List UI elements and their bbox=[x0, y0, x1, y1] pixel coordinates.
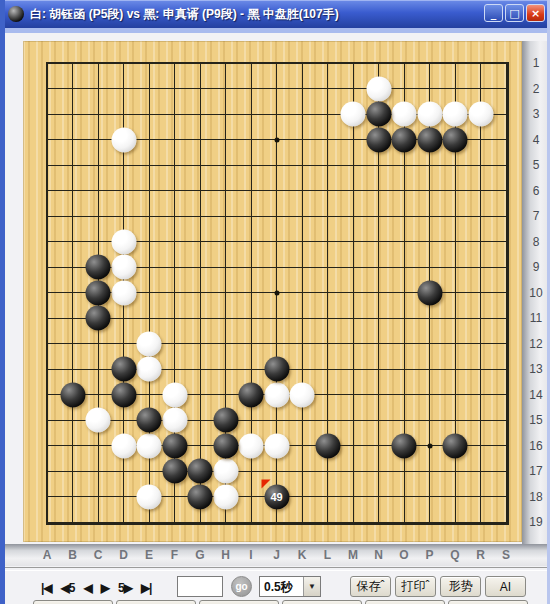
white-stone-glyph: ○ bbox=[219, 487, 231, 507]
clipped-button[interactable] bbox=[282, 600, 362, 604]
forward-five-icon[interactable]: 5▶ bbox=[118, 581, 132, 595]
black-stone-glyph: ● bbox=[117, 385, 129, 405]
white-stone-glyph: ○ bbox=[117, 257, 129, 277]
black-stone-glyph: ● bbox=[194, 461, 206, 481]
white-stone: ○ bbox=[290, 382, 315, 407]
star-point bbox=[427, 443, 432, 448]
row-label: 3 bbox=[533, 107, 540, 121]
column-label: Q bbox=[450, 548, 459, 562]
black-stone: ● bbox=[111, 382, 136, 407]
row-label: 8 bbox=[533, 235, 540, 249]
column-label: D bbox=[119, 548, 128, 562]
clipped-button[interactable] bbox=[199, 600, 279, 604]
maximize-button[interactable]: □ bbox=[505, 4, 524, 22]
white-stone: ○ bbox=[366, 76, 391, 101]
column-label: E bbox=[145, 548, 153, 562]
black-stone-glyph: ● bbox=[423, 130, 435, 150]
row-label: 16 bbox=[529, 439, 542, 453]
white-stone: ○ bbox=[137, 357, 162, 382]
white-stone: ○ bbox=[264, 382, 289, 407]
black-stone-glyph: ● bbox=[219, 410, 231, 430]
black-stone-glyph: ● bbox=[372, 130, 384, 150]
clipped-button[interactable] bbox=[33, 600, 113, 604]
column-label: S bbox=[502, 548, 510, 562]
row-label: 1 bbox=[533, 56, 540, 70]
row-label: 4 bbox=[533, 133, 540, 147]
white-stone: ○ bbox=[264, 433, 289, 458]
black-stone: ● bbox=[443, 433, 468, 458]
row-label: 11 bbox=[530, 311, 542, 325]
save-button[interactable]: 保存ˆ bbox=[350, 576, 391, 597]
black-stone: ● bbox=[111, 357, 136, 382]
black-stone: ● bbox=[86, 306, 111, 331]
white-stone-glyph: ○ bbox=[449, 104, 461, 124]
black-stone-glyph: ● bbox=[245, 385, 257, 405]
column-label: N bbox=[374, 548, 383, 562]
autoplay-delay-dropdown[interactable]: 0.5秒 ▼ bbox=[259, 576, 321, 597]
black-stone: ● bbox=[315, 433, 340, 458]
column-label: R bbox=[476, 548, 485, 562]
black-stone-glyph: ● bbox=[92, 308, 104, 328]
black-stone: ● bbox=[392, 127, 417, 152]
black-stone: ● bbox=[443, 127, 468, 152]
navigation-controls: |◀ ◀5 ◀ ▶ 5▶ ▶| bbox=[41, 577, 151, 598]
white-stone-glyph: ○ bbox=[398, 104, 410, 124]
white-stone: ○ bbox=[137, 433, 162, 458]
black-stone-glyph: ● bbox=[219, 436, 231, 456]
title-bar: 白: 胡钰函 (P5段) vs 黑: 申真谞 (P9段) - 黑 中盘胜(107… bbox=[0, 0, 550, 28]
white-stone-glyph: ○ bbox=[143, 334, 155, 354]
star-point bbox=[274, 137, 279, 142]
chevron-down-icon[interactable]: ▼ bbox=[303, 577, 320, 596]
last-move-stone: 49 bbox=[264, 484, 289, 509]
column-label: J bbox=[273, 548, 280, 562]
white-stone-glyph: ○ bbox=[245, 436, 257, 456]
white-stone-glyph: ○ bbox=[143, 436, 155, 456]
black-stone: ● bbox=[60, 382, 85, 407]
column-label: L bbox=[324, 548, 331, 562]
black-stone-glyph: ● bbox=[143, 410, 155, 430]
black-stone: ● bbox=[417, 280, 442, 305]
white-stone: ○ bbox=[392, 102, 417, 127]
column-label: P bbox=[425, 548, 433, 562]
back-one-icon[interactable]: ◀ bbox=[84, 581, 92, 595]
white-stone-glyph: ○ bbox=[423, 104, 435, 124]
titlebar-lower-band bbox=[5, 28, 550, 33]
row-label: 19 bbox=[529, 515, 542, 529]
white-stone-glyph: ○ bbox=[296, 385, 308, 405]
white-stone: ○ bbox=[468, 102, 493, 127]
back-five-icon[interactable]: ◀5 bbox=[61, 581, 75, 595]
black-stone-glyph: ● bbox=[398, 436, 410, 456]
app-sphere-icon bbox=[8, 6, 24, 22]
window-title: 白: 胡钰函 (P5段) vs 黑: 申真谞 (P9段) - 黑 中盘胜(107… bbox=[30, 6, 339, 23]
white-stone: ○ bbox=[213, 459, 238, 484]
minimize-button[interactable]: _ bbox=[484, 4, 503, 22]
clipped-button-row bbox=[33, 600, 528, 604]
white-stone-glyph: ○ bbox=[270, 436, 282, 456]
column-label: H bbox=[221, 548, 230, 562]
go-to-end-icon[interactable]: ▶| bbox=[141, 581, 152, 595]
white-stone-glyph: ○ bbox=[117, 436, 129, 456]
white-stone-glyph: ○ bbox=[168, 385, 180, 405]
column-label: B bbox=[68, 548, 77, 562]
row-label: 6 bbox=[533, 184, 540, 198]
white-stone-glyph: ○ bbox=[270, 385, 282, 405]
white-stone: ○ bbox=[239, 433, 264, 458]
black-stone: ● bbox=[366, 102, 391, 127]
territory-button[interactable]: 形势 bbox=[440, 576, 481, 597]
column-label: F bbox=[171, 548, 178, 562]
black-stone: ● bbox=[392, 433, 417, 458]
black-stone: ● bbox=[162, 459, 187, 484]
row-label: 14 bbox=[529, 388, 542, 402]
row-label: 15 bbox=[529, 413, 542, 427]
clipped-button[interactable] bbox=[448, 600, 528, 604]
action-buttons: 保存ˆ 打印ˆ 形势 AI bbox=[350, 576, 526, 597]
black-stone-glyph: ● bbox=[270, 359, 282, 379]
white-stone-glyph: ○ bbox=[117, 232, 129, 252]
row-label: 2 bbox=[533, 82, 540, 96]
white-stone-glyph: ○ bbox=[372, 79, 384, 99]
black-stone-glyph: ● bbox=[321, 436, 333, 456]
black-stone: ● bbox=[86, 255, 111, 280]
black-stone: ● bbox=[162, 433, 187, 458]
white-stone-glyph: ○ bbox=[92, 410, 104, 430]
delay-value: 0.5秒 bbox=[260, 577, 303, 596]
black-stone-glyph: ● bbox=[449, 436, 461, 456]
black-stone: ● bbox=[213, 408, 238, 433]
last-move-marker-icon bbox=[261, 479, 270, 488]
black-stone-glyph: ● bbox=[117, 359, 129, 379]
white-stone: ○ bbox=[162, 408, 187, 433]
white-stone: ○ bbox=[111, 127, 136, 152]
white-stone-glyph: ○ bbox=[168, 410, 180, 430]
black-stone-glyph: ● bbox=[92, 257, 104, 277]
column-label: C bbox=[94, 548, 103, 562]
column-label: K bbox=[298, 548, 307, 562]
go-to-start-icon[interactable]: |◀ bbox=[41, 581, 52, 595]
row-label: 13 bbox=[529, 362, 542, 376]
column-label: I bbox=[249, 548, 252, 562]
black-stone: ● bbox=[264, 357, 289, 382]
black-stone: ● bbox=[188, 484, 213, 509]
black-stone-glyph: ● bbox=[66, 385, 78, 405]
black-stone: ● bbox=[239, 382, 264, 407]
white-stone: ○ bbox=[443, 102, 468, 127]
row-label: 18 bbox=[529, 490, 542, 504]
app-window: 白: 胡钰函 (P5段) vs 黑: 申真谞 (P9段) - 黑 中盘胜(107… bbox=[0, 0, 550, 604]
black-stone: ● bbox=[213, 433, 238, 458]
black-stone-glyph: ● bbox=[92, 283, 104, 303]
white-stone: ○ bbox=[417, 102, 442, 127]
black-stone: ● bbox=[137, 408, 162, 433]
white-stone: ○ bbox=[111, 229, 136, 254]
row-label: 10 bbox=[529, 286, 542, 300]
print-button[interactable]: 打印ˆ bbox=[395, 576, 436, 597]
clipped-button[interactable] bbox=[365, 600, 445, 604]
column-label: M bbox=[348, 548, 358, 562]
white-stone-glyph: ○ bbox=[474, 104, 486, 124]
white-stone-glyph: ○ bbox=[143, 487, 155, 507]
white-stone-glyph: ○ bbox=[219, 461, 231, 481]
white-stone: ○ bbox=[162, 382, 187, 407]
column-label: G bbox=[195, 548, 204, 562]
black-stone: ● bbox=[417, 127, 442, 152]
black-stone-glyph: ● bbox=[168, 436, 180, 456]
black-stone-glyph: ● bbox=[423, 283, 435, 303]
white-stone-glyph: ○ bbox=[143, 359, 155, 379]
row-label: 9 bbox=[533, 260, 540, 274]
black-stone-glyph: ● bbox=[449, 130, 461, 150]
black-stone: ● bbox=[86, 280, 111, 305]
move-number-input[interactable] bbox=[177, 576, 223, 597]
star-point bbox=[274, 290, 279, 295]
clipped-button[interactable] bbox=[116, 600, 196, 604]
column-label: O bbox=[399, 548, 408, 562]
white-stone: ○ bbox=[111, 433, 136, 458]
white-stone-glyph: ○ bbox=[117, 283, 129, 303]
close-button[interactable]: × bbox=[526, 4, 545, 22]
black-stone: ● bbox=[188, 459, 213, 484]
white-stone-glyph: ○ bbox=[117, 130, 129, 150]
row-label: 17 bbox=[529, 464, 542, 478]
black-stone-glyph: ● bbox=[372, 104, 384, 124]
ai-button[interactable]: AI bbox=[485, 576, 526, 597]
column-label: A bbox=[43, 548, 52, 562]
white-stone: ○ bbox=[86, 408, 111, 433]
row-label: 5 bbox=[533, 158, 540, 172]
black-stone-glyph: ● bbox=[398, 130, 410, 150]
row-label: 7 bbox=[533, 209, 540, 223]
row-label: 12 bbox=[529, 337, 542, 351]
white-stone: ○ bbox=[341, 102, 366, 127]
white-stone: ○ bbox=[137, 484, 162, 509]
go-button[interactable]: go bbox=[231, 576, 252, 597]
move-number-label: 49 bbox=[270, 491, 282, 503]
black-stone-glyph: ● bbox=[168, 461, 180, 481]
black-stone: ● bbox=[366, 127, 391, 152]
white-stone: ○ bbox=[213, 484, 238, 509]
forward-one-icon[interactable]: ▶ bbox=[101, 581, 109, 595]
toolbar-divider bbox=[5, 567, 550, 571]
white-stone: ○ bbox=[111, 280, 136, 305]
white-stone: ○ bbox=[137, 331, 162, 356]
white-stone-glyph: ○ bbox=[347, 104, 359, 124]
white-stone: ○ bbox=[111, 255, 136, 280]
black-stone-glyph: ● bbox=[194, 487, 206, 507]
